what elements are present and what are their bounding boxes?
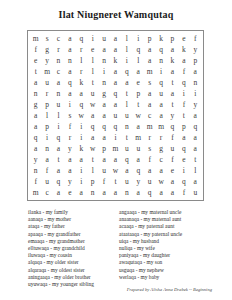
grid-cell: c xyxy=(144,110,155,121)
word-entry: angaaqa - my maternal uncle xyxy=(119,209,219,216)
grid-cell: e xyxy=(178,33,189,44)
grid-cell: q xyxy=(53,176,64,187)
grid-cell: r xyxy=(64,132,75,143)
grid-cell: u xyxy=(110,110,121,121)
grid-cell: l xyxy=(76,55,87,66)
grid-cell: i xyxy=(76,132,87,143)
word-gloss: my wife xyxy=(137,245,155,251)
grid-cell: a xyxy=(98,132,109,143)
word-term: werlaqa xyxy=(119,274,136,280)
grid-cell: k xyxy=(76,143,87,154)
grid-cell: q xyxy=(121,154,132,165)
grid-cell: i xyxy=(41,132,52,143)
grid-cell: u xyxy=(121,110,132,121)
footer-credit: Prepared by Alisha Anna Drabek -- Beginn… xyxy=(100,287,212,292)
word-entry: awaqutaqa - my son xyxy=(119,259,219,266)
grid-cell: a xyxy=(121,165,132,176)
grid-cell: a xyxy=(144,99,155,110)
grid-cell: p xyxy=(167,33,178,44)
grid-cell: k xyxy=(178,44,189,55)
grid-cell: a xyxy=(190,66,201,77)
grid-cell: y xyxy=(30,154,41,165)
grid-cell: i xyxy=(121,55,132,66)
word-term: anaanaqa xyxy=(119,216,139,222)
grid-cell: g xyxy=(98,88,109,99)
grid-cell: q xyxy=(98,121,109,132)
grid-cell: i xyxy=(76,121,87,132)
grid-cell: l xyxy=(87,165,98,176)
grid-cell: n xyxy=(155,55,166,66)
grid-cell: s xyxy=(144,143,155,154)
grid-cell: n xyxy=(190,77,201,88)
word-gloss: my husband xyxy=(133,238,159,244)
grid-cell: l xyxy=(87,66,98,77)
grid-cell: t xyxy=(110,176,121,187)
grid-cell: q xyxy=(76,33,87,44)
grid-cell: y xyxy=(190,99,201,110)
grid-cell: f xyxy=(98,176,109,187)
grid-cell: u xyxy=(98,33,109,44)
word-term: iluwaqa xyxy=(28,252,45,258)
grid-cell: y xyxy=(133,176,144,187)
grid-cell: a xyxy=(155,99,166,110)
grid-cell: p xyxy=(41,99,52,110)
grid-cell: n xyxy=(30,165,41,176)
grid-cell: e xyxy=(87,44,98,55)
grid-cell: l xyxy=(121,99,132,110)
grid-cell: n xyxy=(98,77,109,88)
grid-cell: a xyxy=(110,66,121,77)
word-gloss: my daughter xyxy=(143,252,170,258)
grid-cell: w xyxy=(110,165,121,176)
word-term: ataqa xyxy=(28,223,39,229)
word-entry: ilanka - my family xyxy=(28,209,116,216)
grid-cell: l xyxy=(87,55,98,66)
word-term: aanaqa xyxy=(28,216,43,222)
grid-cell: k xyxy=(76,77,87,88)
grid-cell: r xyxy=(76,66,87,77)
grid-cell: a xyxy=(167,44,178,55)
grid-cell: t xyxy=(121,132,132,143)
grid-cell: a xyxy=(53,187,64,198)
grid-cell: s xyxy=(144,77,155,88)
grid-cell: q xyxy=(167,121,178,132)
grid-cell: p xyxy=(98,143,109,154)
grid-cell: p xyxy=(144,33,155,44)
grid-cell: a xyxy=(87,110,98,121)
grid-cell: n xyxy=(64,55,75,66)
word-term: emaaqa xyxy=(28,238,44,244)
word-gloss: my grandfather xyxy=(47,231,80,237)
grid-cell: c xyxy=(41,187,52,198)
grid-cell: t xyxy=(87,154,98,165)
grid-cell: p xyxy=(87,176,98,187)
grid-cell: f xyxy=(41,165,52,176)
grid-cell: a xyxy=(155,110,166,121)
word-term: ataataaqa xyxy=(119,231,139,237)
grid-cell: q xyxy=(133,44,144,55)
grid-cell: p xyxy=(133,88,144,99)
word-term: alqaqa xyxy=(28,259,42,265)
word-entry: anaanaqa - my maternal aunt xyxy=(119,216,219,223)
grid-cell: q xyxy=(178,77,189,88)
grid-cell: u xyxy=(155,88,166,99)
word-gloss: my mother xyxy=(47,216,71,222)
grid-cell: a xyxy=(190,176,201,187)
grid-cell: i xyxy=(98,66,109,77)
grid-cell: a xyxy=(98,154,109,165)
grid-cell: w xyxy=(155,176,166,187)
grid-cell: e xyxy=(133,77,144,88)
word-gloss: my grandmother xyxy=(49,238,85,244)
grid-cell: i xyxy=(76,165,87,176)
grid-cell: q xyxy=(87,121,98,132)
grid-cell: u xyxy=(41,176,52,187)
grid-cell: l xyxy=(41,110,52,121)
grid-cell: a xyxy=(133,154,144,165)
grid-cell: n xyxy=(121,121,132,132)
grid-cell: n xyxy=(53,88,64,99)
grid-cell: u xyxy=(133,143,144,154)
grid-cell: q xyxy=(178,143,189,154)
grid-cell: f xyxy=(64,121,75,132)
grid-cell: a xyxy=(190,132,201,143)
grid-cell: a xyxy=(178,132,189,143)
word-gloss: my paternal aunt xyxy=(138,223,174,229)
word-gloss: my younger sibling xyxy=(52,281,94,287)
word-term: angaaqa xyxy=(119,209,137,215)
grid-cell: w xyxy=(87,143,98,154)
grid-cell: a xyxy=(53,165,64,176)
grid-cell: f xyxy=(178,99,189,110)
grid-cell: p xyxy=(190,55,201,66)
word-list-right: angaaqa - my maternal uncleanaanaqa - my… xyxy=(119,209,219,281)
grid-cell: u xyxy=(190,187,201,198)
grid-cell: u xyxy=(53,99,64,110)
grid-cell: q xyxy=(155,44,166,55)
grid-cell: a xyxy=(110,44,121,55)
grid-cell: y xyxy=(64,176,75,187)
grid-cell: l xyxy=(133,55,144,66)
grid-cell: f xyxy=(167,132,178,143)
word-term: elltuwaqa xyxy=(28,245,49,251)
grid-cell: a xyxy=(64,44,75,55)
grid-cell: c xyxy=(53,33,64,44)
grid-cell: a xyxy=(167,187,178,198)
grid-cell: f xyxy=(30,176,41,187)
grid-cell: t xyxy=(87,77,98,88)
grid-cell: r xyxy=(53,44,64,55)
word-entry: alqaraqa - my oldest sister xyxy=(28,267,116,274)
grid-cell: l xyxy=(53,110,64,121)
grid-cell: a xyxy=(110,187,121,198)
grid-cell: a xyxy=(144,55,155,66)
grid-cell: s xyxy=(41,33,52,44)
grid-cell: y xyxy=(167,110,178,121)
word-gloss: my cousin xyxy=(50,252,72,258)
grid-cell: q xyxy=(133,165,144,176)
grid-cell: u xyxy=(87,88,98,99)
grid-cell: t xyxy=(53,154,64,165)
grid-cell: a xyxy=(144,88,155,99)
word-term: uiqa xyxy=(119,238,128,244)
grid-cell: u xyxy=(121,176,132,187)
grid-cell: t xyxy=(167,99,178,110)
grid-cell: e xyxy=(30,55,41,66)
grid-cell: q xyxy=(76,99,87,110)
grid-cell: l xyxy=(190,165,201,176)
grid-cell: p xyxy=(178,121,189,132)
grid-cell: i xyxy=(155,66,166,77)
grid-cell: a xyxy=(76,88,87,99)
grid-cell: y xyxy=(190,44,201,55)
word-entry: ataataaqa - my paternal uncle xyxy=(119,231,219,238)
word-entry: usguqa - my nephew xyxy=(119,267,219,274)
grid-cell: a xyxy=(155,187,166,198)
grid-cell: i xyxy=(53,121,64,132)
grid-cell: a xyxy=(98,187,109,198)
word-entry: emaaqa - my grandmother xyxy=(28,238,116,245)
grid-cell: n xyxy=(121,187,132,198)
grid-cell: a xyxy=(110,77,121,88)
grid-cell: e xyxy=(178,154,189,165)
grid-cell: w xyxy=(133,110,144,121)
grid-cell: m xyxy=(110,143,121,154)
grid-cell: m xyxy=(30,33,41,44)
grid-cell: t xyxy=(167,77,178,88)
word-term: acaaqa xyxy=(119,223,134,229)
grid-cell: m xyxy=(133,132,144,143)
grid-cell: q xyxy=(178,176,189,187)
grid-cell: l xyxy=(121,44,132,55)
grid-cell: a xyxy=(121,77,132,88)
grid-cell: r xyxy=(144,132,155,143)
grid-cell: q xyxy=(110,88,121,99)
grid-cell: a xyxy=(178,55,189,66)
grid-cell: f xyxy=(167,154,178,165)
grid-cell: a xyxy=(144,44,155,55)
grid-cell: a xyxy=(110,99,121,110)
grid-cell: a xyxy=(98,44,109,55)
grid-cell: g xyxy=(41,44,52,55)
grid-cell: t xyxy=(190,154,201,165)
grid-cell: q xyxy=(121,66,132,77)
word-gloss: my grandchild xyxy=(53,245,84,251)
grid-cell: a xyxy=(64,66,75,77)
grid-cell: a xyxy=(133,187,144,198)
grid-cell: a xyxy=(110,33,121,44)
grid-cell: i xyxy=(178,88,189,99)
grid-cell: a xyxy=(41,154,52,165)
grid-cell: s xyxy=(64,110,75,121)
grid-cell: t xyxy=(133,99,144,110)
word-entry: alqaqa - my older sister xyxy=(28,259,116,266)
grid-cell: a xyxy=(64,154,75,165)
word-entry: elltuwaqa - my grandchild xyxy=(28,245,116,252)
grid-cell: a xyxy=(167,66,178,77)
grid-cell: g xyxy=(155,143,166,154)
grid-cell: f xyxy=(178,66,189,77)
grid-cell: a xyxy=(190,143,201,154)
grid-cell: u xyxy=(167,143,178,154)
grid-cell: i xyxy=(178,165,189,176)
grid-cell: m xyxy=(144,121,155,132)
word-entry: nuliqa - my wife xyxy=(119,245,219,252)
word-gloss: my family xyxy=(46,209,68,215)
grid-cell: a xyxy=(64,165,75,176)
grid-cell: q xyxy=(53,132,64,143)
word-gloss: my father xyxy=(44,223,65,229)
grid-cell: w xyxy=(87,99,98,110)
grid-cell: a xyxy=(190,110,201,121)
word-entry: werlaqa - my baby xyxy=(119,274,219,281)
word-entry: aningaaqa - my older brother xyxy=(28,274,116,281)
word-gloss: my maternal uncle xyxy=(141,209,181,215)
grid-cell: a xyxy=(110,154,121,165)
grid-cell: p xyxy=(41,121,52,132)
word-list-left: ilanka - my familyaanaqa - my motherataq… xyxy=(28,209,116,288)
word-entry: acaaqa - my paternal aunt xyxy=(119,223,219,230)
grid-cell: t xyxy=(30,66,41,77)
grid-cell: a xyxy=(167,88,178,99)
grid-cell: k xyxy=(167,55,178,66)
grid-cell: i xyxy=(64,99,75,110)
word-gloss: my paternal uncle xyxy=(144,231,183,237)
grid-cell: f xyxy=(190,33,201,44)
grid-cell: q xyxy=(190,121,201,132)
grid-cell: y xyxy=(41,55,52,66)
grid-cell: a xyxy=(64,88,75,99)
grid-cell: i xyxy=(110,132,121,143)
grid-cell: q xyxy=(144,187,155,198)
grid-cell: m xyxy=(144,66,155,77)
word-entry: aanaqa - my mother xyxy=(28,216,116,223)
grid-cell: a xyxy=(64,33,75,44)
grid-cell: r xyxy=(155,132,166,143)
word-gloss: my maternal aunt xyxy=(144,216,182,222)
grid-cell: a xyxy=(30,121,41,132)
grid-cell: n xyxy=(41,143,52,154)
grid-cell: m xyxy=(155,121,166,132)
grid-cell: a xyxy=(155,165,166,176)
word-gloss: my oldest sister xyxy=(51,267,85,273)
grid-cell: a xyxy=(76,154,87,165)
grid-cell: c xyxy=(155,154,166,165)
word-entry: ataqa - my father xyxy=(28,223,116,230)
grid-cell: t xyxy=(121,88,132,99)
word-entry: iluwaqa - my cousin xyxy=(28,252,116,259)
grid-cell: e xyxy=(167,165,178,176)
word-gloss: my older brother xyxy=(54,274,90,280)
grid-cell: i xyxy=(133,33,144,44)
word-entry: apaaqa - my grandfather xyxy=(28,231,116,238)
word-term: awaqutaqa xyxy=(119,259,142,265)
grid-cell: m xyxy=(30,187,41,198)
grid-cell: a xyxy=(53,77,64,88)
grid-cell: a xyxy=(133,66,144,77)
word-entry: paniyaqa - my daughter xyxy=(119,252,219,259)
grid-cell: a xyxy=(53,143,64,154)
grid-cell: a xyxy=(167,176,178,187)
grid-cell: e xyxy=(64,187,75,198)
word-gloss: my son xyxy=(147,259,163,265)
grid-cell: k xyxy=(155,33,166,44)
grid-cell: c xyxy=(53,66,64,77)
word-term: usguqa xyxy=(119,267,134,273)
word-entry: uiqa - my husband xyxy=(119,238,219,245)
grid-cell: k xyxy=(110,55,121,66)
grid-cell: q xyxy=(64,77,75,88)
word-term: uyuwaqa xyxy=(28,281,47,287)
grid-cell: r xyxy=(41,88,52,99)
word-term: nuliqa xyxy=(119,245,132,251)
puzzle-title: Ilat Niugneret Wamqutaq xyxy=(0,9,232,20)
grid-cell: a xyxy=(76,187,87,198)
word-gloss: my baby xyxy=(141,274,160,280)
grid-cell: u xyxy=(144,176,155,187)
grid-cell: a xyxy=(144,165,155,176)
grid-cell: a xyxy=(133,121,144,132)
grid-cell: a xyxy=(87,132,98,143)
word-search-grid: mscaqiualipkpeffgrareaalqaqakyeynnllnkil… xyxy=(27,30,204,201)
grid-cell: f xyxy=(30,44,41,55)
word-term: alqaraqa xyxy=(28,267,46,273)
word-gloss: my older sister xyxy=(47,259,79,265)
grid-cell: w xyxy=(76,110,87,121)
grid-cell: u xyxy=(121,143,132,154)
grid-cell: a xyxy=(98,99,109,110)
word-term: apaaqa xyxy=(28,231,43,237)
word-term: ilanka xyxy=(28,209,41,215)
grid-cell: l xyxy=(121,33,132,44)
grid-cell: u xyxy=(41,77,52,88)
grid-cell: r xyxy=(76,44,87,55)
grid-cell: g xyxy=(30,99,41,110)
grid-cell: u xyxy=(98,165,109,176)
grid-cell: n xyxy=(87,187,98,198)
grid-cell: q xyxy=(110,121,121,132)
word-term: paniyaqa xyxy=(119,252,138,258)
grid-cell: a xyxy=(30,77,41,88)
grid-cell: a xyxy=(98,110,109,121)
grid-cell: m xyxy=(41,66,52,77)
word-term: aningaaqa xyxy=(28,274,50,280)
grid-cell: i xyxy=(76,176,87,187)
grid-cell: n xyxy=(30,88,41,99)
grid-cell: i xyxy=(190,88,201,99)
grid-cell: y xyxy=(64,143,75,154)
grid-cell: t xyxy=(178,110,189,121)
grid-cell: q xyxy=(155,77,166,88)
grid-cell: i xyxy=(87,33,98,44)
grid-cell: a xyxy=(30,143,41,154)
grid-cell: a xyxy=(30,110,41,121)
grid-cell: f xyxy=(178,187,189,198)
grid-cell: q xyxy=(30,132,41,143)
grid-cell: n xyxy=(98,55,109,66)
grid-cell: f xyxy=(144,154,155,165)
word-gloss: my nephew xyxy=(139,267,164,273)
grid-cell: n xyxy=(53,55,64,66)
